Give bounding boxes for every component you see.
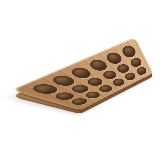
product-photo-stage xyxy=(0,0,160,160)
pit-r3c6[interactable] xyxy=(135,65,148,76)
